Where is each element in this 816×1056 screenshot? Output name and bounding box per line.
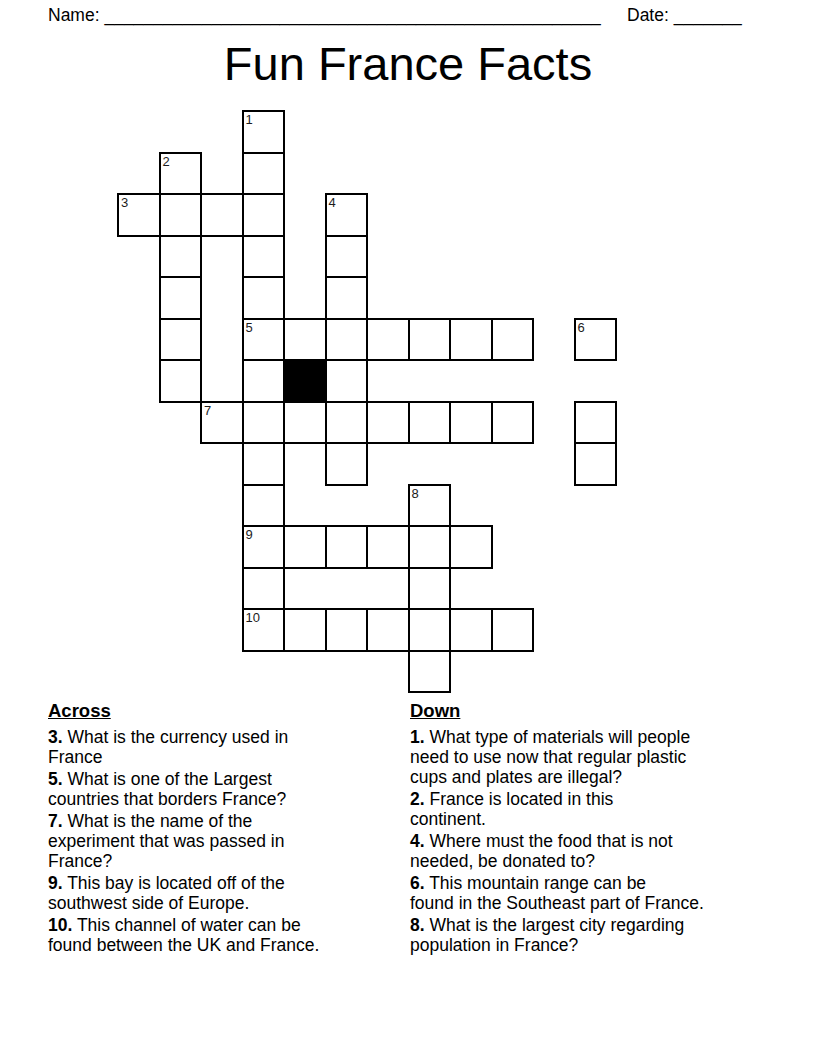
- across-clue-7: 7. What is the name of the experiment th…: [48, 811, 393, 871]
- cell-r8c5[interactable]: [283, 401, 327, 445]
- across-clue-10-text: This channel of water can be found betwe…: [48, 915, 319, 955]
- cell-r4c6[interactable]: [325, 235, 369, 279]
- cell-r6c4[interactable]: 5: [242, 318, 286, 362]
- cell-r3c3[interactable]: [200, 193, 244, 237]
- across-clue-7-text: What is the name of the experiment that …: [48, 811, 284, 871]
- cell-r4c4[interactable]: [242, 235, 286, 279]
- cell-r11c5[interactable]: [283, 525, 327, 569]
- cell-r12c8[interactable]: [408, 567, 452, 611]
- cell-r5c4[interactable]: [242, 276, 286, 320]
- down-clue-6-text: This mountain range can be found in the …: [410, 873, 704, 913]
- across-header: Across: [48, 699, 393, 723]
- cell-r10c4[interactable]: [242, 484, 286, 528]
- down-clue-2-number: 2.: [410, 789, 425, 809]
- across-clues: Across 3. What is the currency used in F…: [48, 699, 393, 957]
- cell-r1c4[interactable]: 1: [242, 110, 286, 154]
- cell-r2c4[interactable]: [242, 152, 286, 196]
- down-clue-8-text: What is the largest city regarding popul…: [410, 915, 684, 955]
- down-clue-2: 2. France is located in this continent.: [410, 789, 782, 829]
- cell-r3c1[interactable]: 3: [117, 193, 161, 237]
- across-clue-5-number: 5.: [48, 769, 63, 789]
- down-clue-8: 8. What is the largest city regarding po…: [410, 915, 782, 955]
- cell-r8c3[interactable]: 7: [200, 401, 244, 445]
- name-label: Name:: [48, 5, 100, 25]
- page-title: Fun France Facts: [0, 36, 816, 92]
- down-clue-1: 1. What type of materials will people ne…: [410, 727, 782, 787]
- cell-r11c6[interactable]: [325, 525, 369, 569]
- across-clue-10-number: 10.: [48, 915, 72, 935]
- grid-number-9: 9: [246, 527, 253, 542]
- cell-r7c6[interactable]: [325, 359, 369, 403]
- cell-r9c6[interactable]: [325, 442, 369, 486]
- cell-r3c6[interactable]: 4: [325, 193, 369, 237]
- cell-r7c2[interactable]: [159, 359, 203, 403]
- cell-r13c10[interactable]: [491, 608, 535, 652]
- down-clue-8-number: 8.: [410, 915, 425, 935]
- cell-r4c2[interactable]: [159, 235, 203, 279]
- grid-number-5: 5: [246, 320, 253, 335]
- down-header: Down: [410, 699, 782, 723]
- grid-number-4: 4: [329, 195, 336, 210]
- cell-r6c10[interactable]: [491, 318, 535, 362]
- cell-r13c5[interactable]: [283, 608, 327, 652]
- grid-number-3: 3: [121, 195, 128, 210]
- cell-r8c7[interactable]: [366, 401, 410, 445]
- cell-r6c12[interactable]: 6: [574, 318, 618, 362]
- grid-number-2: 2: [163, 154, 170, 169]
- cell-r8c12[interactable]: [574, 401, 618, 445]
- across-clue-9-text: This bay is located off of the southwest…: [48, 873, 285, 913]
- cell-r6c7[interactable]: [366, 318, 410, 362]
- cell-r5c6[interactable]: [325, 276, 369, 320]
- cell-r13c9[interactable]: [449, 608, 493, 652]
- cell-r8c4[interactable]: [242, 401, 286, 445]
- cell-r2c2[interactable]: 2: [159, 152, 203, 196]
- across-clue-9: 9. This bay is located off of the southw…: [48, 873, 393, 913]
- down-clue-1-number: 1.: [410, 727, 425, 747]
- grid-number-7: 7: [204, 403, 211, 418]
- cell-r3c4[interactable]: [242, 193, 286, 237]
- cell-r6c2[interactable]: [159, 318, 203, 362]
- down-clue-4-number: 4.: [410, 831, 425, 851]
- cell-r11c9[interactable]: [449, 525, 493, 569]
- across-clue-9-number: 9.: [48, 873, 63, 893]
- cell-r9c12[interactable]: [574, 442, 618, 486]
- cell-r3c2[interactable]: [159, 193, 203, 237]
- cell-r14c8[interactable]: [408, 650, 452, 694]
- cell-r7c4[interactable]: [242, 359, 286, 403]
- down-clues: Down 1. What type of materials will peop…: [410, 699, 782, 957]
- name-field: Name: __________________________________…: [48, 5, 601, 26]
- date-field: Date: _______: [627, 5, 742, 26]
- grid-number-8: 8: [412, 486, 419, 501]
- black-cell-r7c5: [283, 359, 327, 403]
- cell-r10c8[interactable]: 8: [408, 484, 452, 528]
- across-clue-3-number: 3.: [48, 727, 63, 747]
- cell-r8c9[interactable]: [449, 401, 493, 445]
- grid-number-6: 6: [578, 320, 585, 335]
- cell-r13c8[interactable]: [408, 608, 452, 652]
- cell-r11c7[interactable]: [366, 525, 410, 569]
- across-clue-10: 10. This channel of water can be found b…: [48, 915, 393, 955]
- across-clue-5: 5. What is one of the Largest countries …: [48, 769, 393, 809]
- down-clue-6: 6. This mountain range can be found in t…: [410, 873, 782, 913]
- date-blank-line: _______: [674, 5, 742, 25]
- down-clue-6-number: 6.: [410, 873, 425, 893]
- cell-r6c8[interactable]: [408, 318, 452, 362]
- date-label: Date:: [627, 5, 669, 25]
- cell-r11c4[interactable]: 9: [242, 525, 286, 569]
- cell-r11c8[interactable]: [408, 525, 452, 569]
- across-clue-3: 3. What is the currency used in France: [48, 727, 393, 767]
- cell-r12c4[interactable]: [242, 567, 286, 611]
- cell-r6c9[interactable]: [449, 318, 493, 362]
- name-blank-line: ________________________________________…: [104, 5, 600, 25]
- cell-r8c10[interactable]: [491, 401, 535, 445]
- cell-r9c4[interactable]: [242, 442, 286, 486]
- across-clue-7-number: 7.: [48, 811, 63, 831]
- down-clue-4-text: Where must the food that is not needed, …: [410, 831, 673, 871]
- cell-r8c6[interactable]: [325, 401, 369, 445]
- down-clue-1-text: What type of materials will people need …: [410, 727, 690, 787]
- cell-r13c4[interactable]: 10: [242, 608, 286, 652]
- grid-number-1: 1: [246, 112, 253, 127]
- down-clue-2-text: France is located in this continent.: [410, 789, 613, 829]
- across-clue-5-text: What is one of the Largest countries tha…: [48, 769, 286, 809]
- cell-r13c6[interactable]: [325, 608, 369, 652]
- down-clue-4: 4. Where must the food that is not neede…: [410, 831, 782, 871]
- grid-number-10: 10: [246, 610, 260, 625]
- cell-r6c5[interactable]: [283, 318, 327, 362]
- cell-r5c2[interactable]: [159, 276, 203, 320]
- cell-r8c8[interactable]: [408, 401, 452, 445]
- across-clue-3-text: What is the currency used in France: [48, 727, 288, 767]
- cell-r6c6[interactable]: [325, 318, 369, 362]
- cell-r13c7[interactable]: [366, 608, 410, 652]
